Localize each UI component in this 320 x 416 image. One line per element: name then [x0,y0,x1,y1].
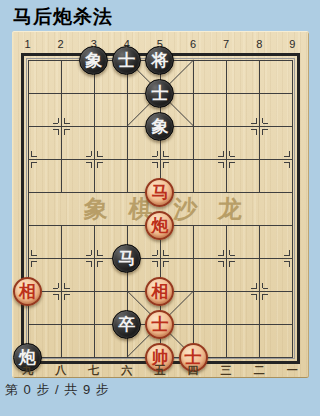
board-panel[interactable]: 123456789 象棋沙龙 象士将士象马炮马相相卒士炮帅士 九八七六五四三二一 [12,31,309,378]
piece-red-elephant[interactable]: 相 [145,277,174,306]
piece-black-soldier[interactable]: 卒 [112,310,141,339]
piece-black-advisor[interactable]: 士 [112,46,141,75]
board-intersections: 象士将士象马炮马相相卒士炮帅士 [11,44,309,374]
piece-black-elephant[interactable]: 象 [79,46,108,75]
piece-red-elephant[interactable]: 相 [13,277,42,306]
piece-red-advisor[interactable]: 士 [179,343,208,372]
move-status: 第 0 步 / 共 9 步 [5,381,110,399]
piece-black-advisor[interactable]: 士 [145,79,174,108]
piece-black-cannon[interactable]: 炮 [13,343,42,372]
page-title: 马后炮杀法 [13,4,113,30]
piece-black-elephant[interactable]: 象 [145,112,174,141]
piece-red-cannon[interactable]: 炮 [145,211,174,240]
piece-red-advisor[interactable]: 士 [145,310,174,339]
piece-black-horse[interactable]: 马 [112,244,141,273]
piece-red-general[interactable]: 帅 [145,343,174,372]
piece-black-general[interactable]: 将 [145,46,174,75]
piece-red-horse[interactable]: 马 [145,178,174,207]
